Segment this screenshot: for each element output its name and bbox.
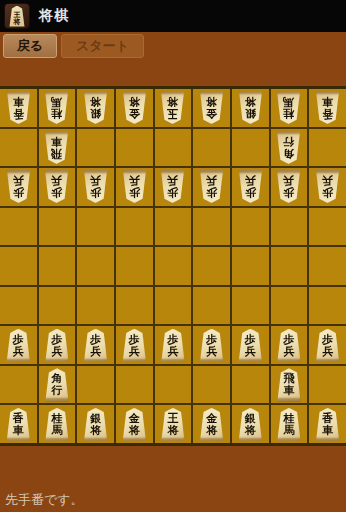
- board-cell-r8c4[interactable]: [116, 366, 153, 404]
- shogi-piece-pawn-gote[interactable]: 歩兵: [159, 170, 186, 203]
- shogi-piece-pawn-gote[interactable]: 歩兵: [237, 170, 264, 203]
- board-cell-r7c1[interactable]: 歩兵: [0, 326, 37, 364]
- board-cell-r1c4[interactable]: 金将: [116, 89, 153, 127]
- board-cell-r9c2[interactable]: 桂馬: [39, 405, 76, 443]
- board-cell-r4c6[interactable]: [193, 208, 230, 246]
- board-cell-r7c4[interactable]: 歩兵: [116, 326, 153, 364]
- board-cell-r4c1[interactable]: [0, 208, 37, 246]
- board-cell-r3c1[interactable]: 歩兵: [0, 168, 37, 206]
- board-cell-r3c2[interactable]: 歩兵: [39, 168, 76, 206]
- shogi-piece-rook-sente[interactable]: 飛車: [275, 368, 302, 401]
- board-cell-r9c7[interactable]: 銀将: [232, 405, 269, 443]
- board-cell-r5c7[interactable]: [232, 247, 269, 285]
- board-cell-r6c9[interactable]: [309, 287, 346, 325]
- board-cell-r1c7[interactable]: 銀将: [232, 89, 269, 127]
- piece-label: 香車: [322, 96, 333, 120]
- shogi-piece-pawn-sente[interactable]: 歩兵: [5, 329, 32, 362]
- board-cell-r1c5[interactable]: 玉将: [155, 89, 192, 127]
- board-cell-r2c7[interactable]: [232, 129, 269, 167]
- piece-label: 香車: [13, 96, 24, 120]
- board-cell-r9c6[interactable]: 金将: [193, 405, 230, 443]
- shogi-piece-pawn-sente[interactable]: 歩兵: [82, 329, 109, 362]
- piece-label: 銀将: [245, 412, 256, 436]
- piece-label: 角行: [51, 372, 62, 396]
- board-cell-r8c5[interactable]: [155, 366, 192, 404]
- shogi-piece-pawn-gote[interactable]: 歩兵: [275, 170, 302, 203]
- board-cell-r3c9[interactable]: 歩兵: [309, 168, 346, 206]
- board-cell-r4c7[interactable]: [232, 208, 269, 246]
- board-cell-r9c1[interactable]: 香車: [0, 405, 37, 443]
- board-cell-r1c3[interactable]: 銀将: [77, 89, 114, 127]
- piece-label: 桂馬: [283, 412, 294, 436]
- piece-label: 歩兵: [283, 333, 294, 357]
- piece-label: 銀将: [90, 96, 101, 120]
- shogi-piece-lance-sente[interactable]: 香車: [314, 408, 341, 441]
- shogi-piece-knight-sente[interactable]: 桂馬: [43, 408, 70, 441]
- board-cell-r5c4[interactable]: [116, 247, 153, 285]
- piece-label: 歩兵: [322, 175, 333, 199]
- back-button[interactable]: 戻る: [3, 34, 57, 58]
- shogi-piece-king-gote[interactable]: 玉将: [159, 91, 186, 124]
- shogi-piece-pawn-sente[interactable]: 歩兵: [198, 329, 225, 362]
- piece-label: 王将: [167, 412, 178, 436]
- board-cell-r2c4[interactable]: [116, 129, 153, 167]
- shogi-piece-silver-sente[interactable]: 銀将: [82, 408, 109, 441]
- board-cell-r2c8[interactable]: 角行: [271, 129, 308, 167]
- piece-label: 金将: [206, 96, 217, 120]
- board-cell-r6c3[interactable]: [77, 287, 114, 325]
- board-cell-r8c7[interactable]: [232, 366, 269, 404]
- shogi-piece-lance-gote[interactable]: 香車: [5, 91, 32, 124]
- piece-label: 金将: [129, 412, 140, 436]
- board-cell-r6c1[interactable]: [0, 287, 37, 325]
- piece-label: 金将: [129, 96, 140, 120]
- board-cell-r3c8[interactable]: 歩兵: [271, 168, 308, 206]
- shogi-piece-pawn-sente[interactable]: 歩兵: [314, 329, 341, 362]
- board-cell-r8c9[interactable]: [309, 366, 346, 404]
- board-cell-r5c8[interactable]: [271, 247, 308, 285]
- board-cell-r3c5[interactable]: 歩兵: [155, 168, 192, 206]
- piece-label: 銀将: [245, 96, 256, 120]
- board-cell-r9c5[interactable]: 王将: [155, 405, 192, 443]
- piece-label: 桂馬: [51, 96, 62, 120]
- shogi-piece-gold-sente[interactable]: 金将: [198, 408, 225, 441]
- board-cell-r4c4[interactable]: [116, 208, 153, 246]
- piece-label: 歩兵: [51, 333, 62, 357]
- board-cell-r1c9[interactable]: 香車: [309, 89, 346, 127]
- board-cell-r4c3[interactable]: [77, 208, 114, 246]
- piece-label: 歩兵: [322, 333, 333, 357]
- board-cell-r9c9[interactable]: 香車: [309, 405, 346, 443]
- shogi-piece-knight-gote[interactable]: 桂馬: [43, 91, 70, 124]
- start-button[interactable]: スタート: [61, 34, 144, 58]
- shogi-piece-bishop-gote[interactable]: 角行: [275, 131, 302, 164]
- shogi-board: 香車桂馬銀将金将玉将金将銀将桂馬香車飛車角行歩兵歩兵歩兵歩兵歩兵歩兵歩兵歩兵歩兵…: [0, 86, 346, 446]
- piece-label: 歩兵: [51, 175, 62, 199]
- board-cell-r7c5[interactable]: 歩兵: [155, 326, 192, 364]
- shogi-piece-silver-gote[interactable]: 銀将: [82, 91, 109, 124]
- piece-label: 歩兵: [245, 333, 256, 357]
- board-cell-r1c2[interactable]: 桂馬: [39, 89, 76, 127]
- piece-label: 歩兵: [129, 175, 140, 199]
- board-cell-r5c9[interactable]: [309, 247, 346, 285]
- shogi-piece-pawn-gote[interactable]: 歩兵: [5, 170, 32, 203]
- board-cell-r3c4[interactable]: 歩兵: [116, 168, 153, 206]
- shogi-piece-pawn-gote[interactable]: 歩兵: [314, 170, 341, 203]
- board-cell-r9c3[interactable]: 銀将: [77, 405, 114, 443]
- piece-label: 歩兵: [245, 175, 256, 199]
- piece-label: 歩兵: [283, 175, 294, 199]
- shogi-piece-silver-gote[interactable]: 銀将: [237, 91, 264, 124]
- title-bar: 王将 将棋: [0, 0, 346, 32]
- board-cell-r1c6[interactable]: 金将: [193, 89, 230, 127]
- shogi-piece-lance-gote[interactable]: 香車: [314, 91, 341, 124]
- piece-label: 玉将: [167, 96, 178, 120]
- board-cell-r5c3[interactable]: [77, 247, 114, 285]
- piece-label: 角行: [283, 136, 294, 160]
- board-cell-r3c3[interactable]: 歩兵: [77, 168, 114, 206]
- board-cell-r6c7[interactable]: [232, 287, 269, 325]
- shogi-piece-pawn-gote[interactable]: 歩兵: [121, 170, 148, 203]
- board-cell-r2c6[interactable]: [193, 129, 230, 167]
- board-cell-r7c8[interactable]: 歩兵: [271, 326, 308, 364]
- piece-label: 歩兵: [90, 175, 101, 199]
- board-cell-r3c7[interactable]: 歩兵: [232, 168, 269, 206]
- shogi-piece-pawn-sente[interactable]: 歩兵: [121, 329, 148, 362]
- board-cell-r1c1[interactable]: 香車: [0, 89, 37, 127]
- board-cell-r5c2[interactable]: [39, 247, 76, 285]
- board-cell-r8c1[interactable]: [0, 366, 37, 404]
- shogi-piece-pawn-sente[interactable]: 歩兵: [159, 329, 186, 362]
- shogi-piece-pawn-sente[interactable]: 歩兵: [43, 329, 70, 362]
- shogi-piece-knight-sente[interactable]: 桂馬: [275, 408, 302, 441]
- shogi-piece-gold-gote[interactable]: 金将: [121, 91, 148, 124]
- board-cell-r7c2[interactable]: 歩兵: [39, 326, 76, 364]
- shogi-piece-gold-sente[interactable]: 金将: [121, 408, 148, 441]
- toolbar: 戻る スタート: [0, 32, 346, 60]
- app-icon-shogi-piece: 王将: [9, 6, 26, 27]
- piece-label: 歩兵: [129, 333, 140, 357]
- piece-label: 香車: [322, 412, 333, 436]
- piece-label: 歩兵: [13, 175, 24, 199]
- board-cell-r6c2[interactable]: [39, 287, 76, 325]
- shogi-piece-pawn-sente[interactable]: 歩兵: [275, 329, 302, 362]
- board-cell-r7c3[interactable]: 歩兵: [77, 326, 114, 364]
- piece-label: 歩兵: [206, 333, 217, 357]
- status-text: 先手番です。: [5, 491, 84, 509]
- board-cell-r6c8[interactable]: [271, 287, 308, 325]
- piece-label: 桂馬: [283, 96, 294, 120]
- piece-label: 金将: [206, 412, 217, 436]
- board-cell-r8c3[interactable]: [77, 366, 114, 404]
- piece-label: 歩兵: [90, 333, 101, 357]
- board-cell-r5c1[interactable]: [0, 247, 37, 285]
- shogi-piece-pawn-gote[interactable]: 歩兵: [82, 170, 109, 203]
- board-cell-r4c5[interactable]: [155, 208, 192, 246]
- board-cell-r9c4[interactable]: 金将: [116, 405, 153, 443]
- board-cell-r6c5[interactable]: [155, 287, 192, 325]
- board-cell-r4c2[interactable]: [39, 208, 76, 246]
- board-cell-r4c8[interactable]: [271, 208, 308, 246]
- board-cell-r2c9[interactable]: [309, 129, 346, 167]
- piece-label: 桂馬: [51, 412, 62, 436]
- board-cell-r1c8[interactable]: 桂馬: [271, 89, 308, 127]
- board-cell-r7c7[interactable]: 歩兵: [232, 326, 269, 364]
- board-cell-r5c6[interactable]: [193, 247, 230, 285]
- board-cell-r8c8[interactable]: 飛車: [271, 366, 308, 404]
- piece-label: 歩兵: [13, 333, 24, 357]
- piece-label: 歩兵: [206, 175, 217, 199]
- shogi-piece-lance-sente[interactable]: 香車: [5, 408, 32, 441]
- board-cell-r7c6[interactable]: 歩兵: [193, 326, 230, 364]
- board-cell-r4c9[interactable]: [309, 208, 346, 246]
- shogi-piece-silver-sente[interactable]: 銀将: [237, 408, 264, 441]
- board-cell-r6c4[interactable]: [116, 287, 153, 325]
- board-cell-r2c3[interactable]: [77, 129, 114, 167]
- shogi-piece-pawn-gote[interactable]: 歩兵: [198, 170, 225, 203]
- board-cell-r5c5[interactable]: [155, 247, 192, 285]
- shogi-piece-bishop-sente[interactable]: 角行: [43, 368, 70, 401]
- board-cell-r3c6[interactable]: 歩兵: [193, 168, 230, 206]
- piece-label: 歩兵: [167, 175, 178, 199]
- app-icon-piece-label: 王将: [14, 12, 21, 26]
- app-icon: 王将: [4, 3, 30, 29]
- board-cell-r7c9[interactable]: 歩兵: [309, 326, 346, 364]
- piece-label: 飛車: [51, 136, 62, 160]
- shogi-piece-knight-gote[interactable]: 桂馬: [275, 91, 302, 124]
- shogi-piece-rook-gote[interactable]: 飛車: [43, 131, 70, 164]
- shogi-piece-pawn-gote[interactable]: 歩兵: [43, 170, 70, 203]
- board-cell-r2c1[interactable]: [0, 129, 37, 167]
- piece-label: 歩兵: [167, 333, 178, 357]
- app-title: 将棋: [39, 7, 69, 25]
- board-cell-r8c2[interactable]: 角行: [39, 366, 76, 404]
- board-cell-r6c6[interactable]: [193, 287, 230, 325]
- piece-label: 香車: [13, 412, 24, 436]
- shogi-piece-gold-gote[interactable]: 金将: [198, 91, 225, 124]
- piece-label: 飛車: [283, 372, 294, 396]
- board-cell-r2c5[interactable]: [155, 129, 192, 167]
- board-cell-r8c6[interactable]: [193, 366, 230, 404]
- board-cell-r2c2[interactable]: 飛車: [39, 129, 76, 167]
- board-cell-r9c8[interactable]: 桂馬: [271, 405, 308, 443]
- piece-label: 銀将: [90, 412, 101, 436]
- shogi-piece-king-sente[interactable]: 王将: [159, 408, 186, 441]
- shogi-piece-pawn-sente[interactable]: 歩兵: [237, 329, 264, 362]
